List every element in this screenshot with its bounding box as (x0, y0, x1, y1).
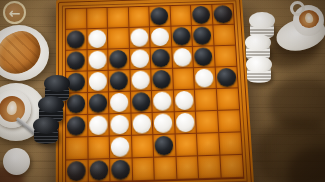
cell-e5[interactable] (152, 90, 174, 113)
white-disc (173, 48, 192, 66)
black-disc (110, 71, 129, 90)
cell-e4[interactable] (151, 69, 173, 91)
cell-e8[interactable] (154, 157, 177, 181)
white-disc (130, 29, 149, 47)
cell-c4[interactable] (109, 70, 131, 92)
cell-f2[interactable] (171, 26, 193, 48)
cell-g1[interactable] (191, 5, 213, 26)
white-disc (88, 51, 106, 69)
cell-a2[interactable] (66, 29, 87, 51)
cell-h6[interactable] (218, 110, 241, 133)
cell-g8[interactable] (198, 156, 221, 180)
cell-f8[interactable] (176, 156, 199, 180)
cell-a8[interactable] (66, 160, 88, 182)
cell-a6[interactable] (66, 115, 88, 138)
cell-f1[interactable] (170, 5, 192, 26)
black-disc (132, 92, 151, 111)
cell-a1[interactable] (66, 9, 87, 30)
black-disc (111, 160, 130, 180)
cell-c3[interactable] (108, 49, 130, 71)
cell-f5[interactable] (173, 90, 195, 113)
cell-f3[interactable] (172, 47, 194, 69)
white-disc (88, 30, 106, 48)
cell-g4[interactable] (194, 67, 216, 89)
cell-b7[interactable] (88, 137, 110, 160)
cell-e6[interactable] (153, 112, 176, 135)
cell-g2[interactable] (192, 25, 214, 47)
cell-b4[interactable] (87, 71, 109, 93)
black-disc (216, 68, 236, 87)
black-disc (150, 7, 169, 25)
cell-g7[interactable] (197, 133, 220, 156)
right-coffee-cup (293, 5, 324, 36)
black-disc (152, 49, 171, 67)
back-button[interactable]: ← (3, 1, 26, 24)
cell-d7[interactable] (132, 135, 155, 158)
cell-f7[interactable] (175, 134, 198, 157)
white-disc (110, 115, 129, 134)
cell-f6[interactable] (174, 112, 197, 135)
white-disc (111, 137, 130, 157)
white-disc (88, 72, 107, 91)
white-disc (151, 28, 170, 46)
croissant (0, 26, 46, 79)
latte-art (0, 96, 25, 122)
white-disc (131, 71, 150, 90)
game-screen: ← (0, 0, 325, 182)
cell-d3[interactable] (129, 48, 151, 70)
cell-d6[interactable] (131, 113, 153, 136)
black-disc (213, 5, 233, 23)
black-disc (89, 94, 108, 113)
cell-c1[interactable] (108, 7, 129, 28)
cell-b8[interactable] (88, 159, 110, 182)
black-disc (67, 116, 86, 135)
cell-d4[interactable] (130, 69, 152, 91)
white-disc (175, 113, 194, 132)
cell-d8[interactable] (132, 158, 155, 182)
black-disc (67, 51, 85, 69)
cell-d5[interactable] (130, 91, 152, 114)
cell-g3[interactable] (193, 46, 215, 68)
cell-h5[interactable] (216, 88, 239, 111)
cell-f4[interactable] (173, 68, 195, 90)
cell-d2[interactable] (129, 27, 151, 49)
cell-c5[interactable] (109, 92, 131, 115)
cell-h3[interactable] (214, 46, 236, 68)
game-board (56, 0, 255, 182)
white-disc (110, 93, 129, 112)
cell-e3[interactable] (151, 48, 173, 70)
black-disc (67, 30, 85, 48)
spare-white-disc (3, 148, 30, 175)
white-disc (175, 91, 194, 110)
white-disc (130, 49, 149, 67)
board-grid (65, 3, 245, 182)
cell-c6[interactable] (109, 114, 131, 137)
back-arrow-icon: ← (9, 5, 21, 21)
cell-e2[interactable] (150, 27, 172, 49)
black-disc (172, 27, 191, 45)
white-disc-stack (246, 56, 272, 83)
black-disc (109, 50, 128, 68)
cell-h1[interactable] (212, 4, 234, 25)
white-disc (195, 69, 214, 88)
espresso-surface (299, 10, 319, 28)
cell-c7[interactable] (110, 136, 132, 159)
white-disc (132, 114, 151, 133)
cell-a3[interactable] (66, 50, 87, 72)
cell-a7[interactable] (66, 137, 88, 160)
black-disc (152, 70, 171, 89)
cell-d1[interactable] (128, 7, 150, 28)
black-disc-stack (33, 117, 59, 144)
cell-h8[interactable] (220, 155, 243, 179)
cell-h2[interactable] (213, 25, 235, 47)
cell-b1[interactable] (87, 8, 108, 29)
cell-g5[interactable] (195, 89, 218, 112)
black-disc (193, 27, 212, 45)
black-disc (67, 161, 86, 181)
cell-e7[interactable] (153, 134, 176, 157)
black-disc (89, 160, 108, 180)
white-disc (154, 114, 173, 133)
black-disc (194, 48, 213, 66)
black-disc (192, 6, 211, 24)
cell-h4[interactable] (215, 67, 238, 89)
cell-b6[interactable] (88, 114, 110, 137)
black-disc (154, 136, 173, 156)
cell-b2[interactable] (87, 29, 108, 51)
white-disc (89, 116, 108, 135)
cell-b5[interactable] (87, 92, 109, 115)
cell-c2[interactable] (108, 28, 130, 50)
cell-b3[interactable] (87, 50, 109, 72)
cell-g6[interactable] (196, 111, 219, 134)
croissant-plate (0, 25, 49, 81)
left-coffee-cup (0, 90, 31, 128)
cell-e1[interactable] (149, 6, 171, 27)
cell-h7[interactable] (219, 132, 242, 155)
cell-c8[interactable] (110, 158, 133, 182)
white-disc (153, 92, 172, 111)
